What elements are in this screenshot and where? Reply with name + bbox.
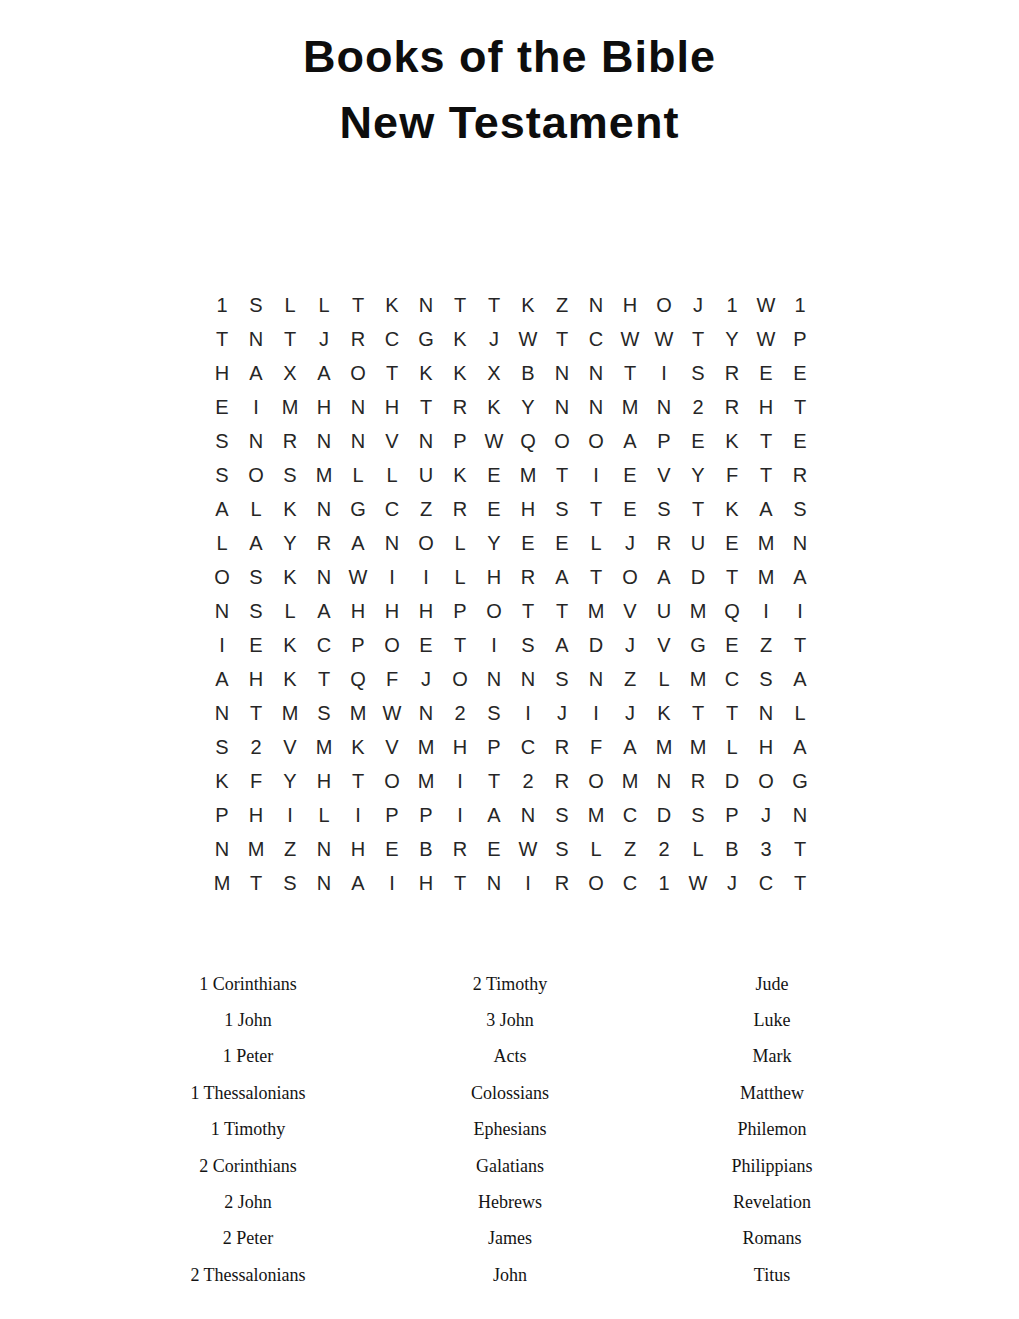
grid-cell: N [409,424,443,458]
grid-cell: J [681,288,715,322]
grid-cell: S [545,662,579,696]
grid-cell: T [681,696,715,730]
grid-cell: O [375,628,409,662]
word-list-item: 3 John [379,1002,641,1038]
grid-cell: Q [511,424,545,458]
grid-cell: L [341,458,375,492]
word-list-item: Hebrews [379,1184,641,1220]
word-list-item: Acts [379,1039,641,1075]
grid-cell: Y [715,322,749,356]
grid-cell: S [647,492,681,526]
grid-cell: R [443,492,477,526]
grid-cell: W [375,696,409,730]
grid-cell: N [375,526,409,560]
grid-cell: I [443,764,477,798]
grid-cell: K [341,730,375,764]
grid-cell: P [443,424,477,458]
grid-cell: Z [545,288,579,322]
grid-cell: C [375,322,409,356]
grid-cell: O [443,662,477,696]
grid-cell: K [273,560,307,594]
grid-cell: N [511,798,545,832]
grid-cell: P [443,594,477,628]
grid-cell: P [647,424,681,458]
grid-cell: K [205,764,239,798]
grid-cell: K [443,356,477,390]
grid-cell: S [477,696,511,730]
grid-cell: N [511,662,545,696]
grid-cell: N [307,832,341,866]
grid-cell: A [307,594,341,628]
grid-cell: T [443,628,477,662]
grid-cell: Z [613,832,647,866]
grid-cell: A [239,526,273,560]
grid-cell: W [613,322,647,356]
grid-cell: T [205,322,239,356]
grid-cell: H [375,390,409,424]
grid-cell: M [273,390,307,424]
grid-cell: S [307,696,341,730]
grid-cell: N [307,424,341,458]
grid-cell: N [205,594,239,628]
grid-cell: M [341,696,375,730]
grid-cell: N [545,390,579,424]
word-list-item: Ephesians [379,1112,641,1148]
grid-cell: D [715,764,749,798]
grid-cell: E [715,526,749,560]
grid-cell: N [579,356,613,390]
grid-cell: G [409,322,443,356]
grid-cell: N [579,288,613,322]
grid-cell: N [579,390,613,424]
grid-cell: E [477,458,511,492]
grid-cell: I [783,594,817,628]
grid-cell: L [273,594,307,628]
grid-cell: L [205,526,239,560]
grid-cell: N [545,356,579,390]
grid-cell: T [239,696,273,730]
grid-cell: T [511,594,545,628]
grid-cell: Y [681,458,715,492]
grid-cell: N [579,662,613,696]
grid-cell: H [341,832,375,866]
grid-cell: H [477,560,511,594]
grid-cell: P [477,730,511,764]
grid-cell: I [579,696,613,730]
grid-cell: U [681,526,715,560]
grid-cell: H [613,288,647,322]
grid-cell: N [307,560,341,594]
grid-cell: M [749,560,783,594]
grid-cell: K [511,288,545,322]
grid-cell: P [375,798,409,832]
grid-cell: U [409,458,443,492]
grid-cell: S [239,560,273,594]
grid-cell: C [307,628,341,662]
word-list-item: Revelation [641,1184,903,1220]
grid-cell: D [647,798,681,832]
grid-cell: K [273,662,307,696]
grid-cell: S [273,458,307,492]
word-list-item: John [379,1257,641,1293]
grid-cell: E [681,424,715,458]
grid-cell: Y [273,526,307,560]
grid-cell: Q [715,594,749,628]
grid-cell: K [477,390,511,424]
grid-cell: A [307,356,341,390]
grid-cell: O [579,424,613,458]
grid-cell: L [375,458,409,492]
grid-cell: H [239,662,273,696]
grid-cell: R [511,560,545,594]
grid-cell: J [307,322,341,356]
grid-cell: R [273,424,307,458]
grid-cell: L [273,288,307,322]
grid-cell: T [715,560,749,594]
grid-cell: 2 [239,730,273,764]
grid-cell: M [681,730,715,764]
grid-cell: Y [511,390,545,424]
grid-cell: B [511,356,545,390]
grid-cell: Y [477,526,511,560]
grid-cell: L [307,288,341,322]
grid-cell: K [647,696,681,730]
grid-cell: U [647,594,681,628]
grid-cell: I [579,458,613,492]
grid-cell: N [409,696,443,730]
grid-cell: C [613,866,647,900]
grid-cell: A [783,560,817,594]
grid-cell: V [613,594,647,628]
grid-cell: J [749,798,783,832]
grid-cell: T [783,832,817,866]
grid-cell: N [341,390,375,424]
grid-cell: I [443,798,477,832]
grid-cell: H [749,390,783,424]
grid-cell: M [579,798,613,832]
grid-cell: J [613,526,647,560]
grid-cell: S [205,730,239,764]
word-list-item: 1 Peter [117,1039,379,1075]
grid-cell: E [715,628,749,662]
grid-cell: M [749,526,783,560]
grid-cell: H [239,798,273,832]
grid-cell: T [443,288,477,322]
grid-cell: J [409,662,443,696]
grid-cell: E [613,492,647,526]
grid-cell: R [443,390,477,424]
worksheet-page: Books of the Bible New Testament 1SLLTKN… [0,0,1019,1319]
grid-cell: I [205,628,239,662]
grid-cell: F [579,730,613,764]
grid-cell: P [715,798,749,832]
grid-cell: H [307,390,341,424]
word-list-item: Titus [641,1257,903,1293]
grid-cell: R [647,526,681,560]
grid-cell: I [511,696,545,730]
grid-cell: 1 [715,288,749,322]
grid-cell: T [273,322,307,356]
grid-cell: L [783,696,817,730]
grid-cell: A [749,492,783,526]
grid-cell: A [613,730,647,764]
grid-cell: O [409,526,443,560]
grid-cell: R [443,832,477,866]
grid-cell: L [239,492,273,526]
grid-cell: F [715,458,749,492]
grid-cell: N [477,662,511,696]
grid-cell: T [409,390,443,424]
grid-cell: A [477,798,511,832]
grid-cell: O [749,764,783,798]
word-list-item: Matthew [641,1075,903,1111]
grid-cell: S [545,832,579,866]
grid-cell: J [613,696,647,730]
puzzle-title-line-1: Books of the Bible [0,24,1019,90]
grid-cell: L [715,730,749,764]
grid-cell: S [511,628,545,662]
word-list-item: Galatians [379,1148,641,1184]
grid-cell: E [375,832,409,866]
grid-cell: I [647,356,681,390]
word-list-item: Luke [641,1002,903,1038]
grid-cell: T [341,764,375,798]
grid-cell: T [579,560,613,594]
grid-cell: R [681,764,715,798]
grid-cell: E [205,390,239,424]
grid-cell: 1 [783,288,817,322]
grid-cell: T [477,288,511,322]
grid-cell: T [545,594,579,628]
grid-cell: M [613,764,647,798]
grid-cell: N [409,288,443,322]
grid-cell: L [681,832,715,866]
grid-cell: G [341,492,375,526]
grid-cell: J [715,866,749,900]
grid-cell: E [613,458,647,492]
grid-cell: H [341,594,375,628]
grid-cell: W [341,560,375,594]
grid-cell: N [205,832,239,866]
grid-cell: S [749,662,783,696]
grid-cell: V [375,730,409,764]
grid-cell: N [783,798,817,832]
grid-cell: N [477,866,511,900]
grid-cell: N [239,424,273,458]
grid-cell: I [477,628,511,662]
word-list-item: 1 Corinthians [117,966,379,1002]
word-list-item: James [379,1221,641,1257]
grid-cell: M [205,866,239,900]
grid-cell: H [511,492,545,526]
grid-cell: C [749,866,783,900]
grid-cell: T [715,696,749,730]
grid-cell: K [273,628,307,662]
word-list-column: JudeLukeMarkMatthewPhilemonPhilippiansRe… [641,966,903,1294]
grid-cell: A [205,492,239,526]
grid-cell: A [239,356,273,390]
grid-cell: T [477,764,511,798]
word-list: 1 Corinthians1 John1 Peter1 Thessalonian… [117,966,903,1294]
grid-cell: Y [273,764,307,798]
grid-cell: S [205,424,239,458]
grid-cell: K [409,356,443,390]
grid-cell: D [579,628,613,662]
word-list-item: 2 Corinthians [117,1148,379,1184]
grid-cell: R [715,390,749,424]
grid-cell: L [443,526,477,560]
grid-cell: E [477,492,511,526]
grid-cell: S [239,288,273,322]
word-list-item: 2 Timothy [379,966,641,1002]
grid-cell: O [545,424,579,458]
grid-cell: Q [341,662,375,696]
grid-cell: J [477,322,511,356]
grid-cell: L [579,526,613,560]
grid-cell: O [375,764,409,798]
grid-cell: V [647,628,681,662]
grid-cell: L [443,560,477,594]
grid-cell: A [613,424,647,458]
grid-cell: Z [273,832,307,866]
grid-cell: W [511,832,545,866]
grid-cell: T [341,288,375,322]
grid-cell: T [681,492,715,526]
grid-cell: E [477,832,511,866]
word-list-item: Romans [641,1221,903,1257]
grid-cell: L [307,798,341,832]
grid-cell: 2 [511,764,545,798]
grid-cell: I [511,866,545,900]
word-search-grid: 1SLLTKNTTKZNHOJ1W1TNTJRCGKJWTCWWTYWPHAXA… [205,288,817,900]
grid-cell: Z [409,492,443,526]
grid-cell: 2 [681,390,715,424]
grid-cell: E [749,356,783,390]
grid-cell: H [409,866,443,900]
grid-cell: H [307,764,341,798]
grid-cell: W [749,288,783,322]
grid-cell: I [239,390,273,424]
grid-cell: M [307,458,341,492]
grid-cell: T [749,458,783,492]
grid-cell: S [273,866,307,900]
grid-cell: B [409,832,443,866]
grid-cell: L [579,832,613,866]
grid-cell: N [307,866,341,900]
grid-cell: Z [749,628,783,662]
grid-cell: K [443,322,477,356]
grid-cell: M [579,594,613,628]
grid-cell: W [749,322,783,356]
grid-cell: M [511,458,545,492]
grid-cell: R [545,764,579,798]
grid-cell: L [647,662,681,696]
word-list-column: 2 Timothy3 JohnActsColossiansEphesiansGa… [379,966,641,1294]
grid-cell: C [511,730,545,764]
word-list-item: Colossians [379,1075,641,1111]
grid-cell: O [647,288,681,322]
word-list-item: 1 Thessalonians [117,1075,379,1111]
grid-cell: 1 [647,866,681,900]
grid-cell: S [783,492,817,526]
grid-cell: D [681,560,715,594]
grid-cell: V [375,424,409,458]
grid-cell: E [783,424,817,458]
word-list-item: 2 Thessalonians [117,1257,379,1293]
grid-cell: H [375,594,409,628]
grid-cell: P [409,798,443,832]
grid-cell: V [273,730,307,764]
grid-cell: H [205,356,239,390]
grid-cell: K [715,424,749,458]
grid-cell: O [613,560,647,594]
grid-cell: M [681,662,715,696]
grid-cell: R [341,322,375,356]
grid-cell: A [205,662,239,696]
grid-cell: A [341,866,375,900]
grid-cell: N [647,764,681,798]
grid-cell: O [477,594,511,628]
grid-cell: S [545,492,579,526]
word-list-column: 1 Corinthians1 John1 Peter1 Thessalonian… [117,966,379,1294]
grid-cell: T [783,628,817,662]
word-list-item: 2 John [117,1184,379,1220]
grid-cell: W [477,424,511,458]
grid-cell: A [545,628,579,662]
grid-cell: G [783,764,817,798]
grid-cell: I [375,866,409,900]
grid-cell: C [579,322,613,356]
word-list-item: Philippians [641,1148,903,1184]
grid-cell: H [749,730,783,764]
grid-cell: K [375,288,409,322]
grid-cell: N [205,696,239,730]
grid-cell: G [681,628,715,662]
grid-cell: N [749,696,783,730]
grid-cell: A [341,526,375,560]
grid-cell: T [545,458,579,492]
grid-cell: H [409,594,443,628]
word-list-item: Jude [641,966,903,1002]
grid-cell: R [783,458,817,492]
grid-cell: N [341,424,375,458]
grid-cell: K [715,492,749,526]
grid-cell: T [579,492,613,526]
grid-cell: N [783,526,817,560]
grid-cell: T [545,322,579,356]
grid-cell: A [783,662,817,696]
grid-cell: P [341,628,375,662]
word-list-item: 1 Timothy [117,1112,379,1148]
grid-cell: O [579,866,613,900]
grid-cell: P [205,798,239,832]
grid-cell: 2 [443,696,477,730]
grid-cell: R [307,526,341,560]
grid-cell: B [715,832,749,866]
puzzle-title: Books of the Bible New Testament [0,24,1019,156]
grid-cell: M [273,696,307,730]
grid-cell: N [239,322,273,356]
grid-cell: S [205,458,239,492]
grid-cell: S [239,594,273,628]
grid-cell: P [783,322,817,356]
word-list-item: 1 John [117,1002,379,1038]
grid-cell: R [715,356,749,390]
grid-cell: X [477,356,511,390]
grid-cell: E [511,526,545,560]
grid-cell: S [681,798,715,832]
grid-cell: T [443,866,477,900]
